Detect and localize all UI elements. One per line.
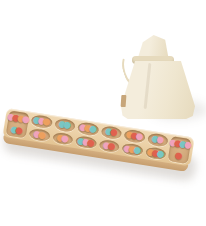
pit-top-4[interactable]: ●● <box>100 125 122 140</box>
store-left[interactable]: ●●●●●● <box>6 110 30 138</box>
bag-body <box>121 61 195 119</box>
stone-pink: ● <box>184 141 192 149</box>
bag-shadow <box>150 100 206 120</box>
stone-pink: ● <box>61 135 69 143</box>
pit-top-6[interactable]: ●● <box>147 132 169 147</box>
pit-bottom-2[interactable]: ●● <box>52 131 74 146</box>
stone-coral: ● <box>110 129 118 137</box>
pit-bottom-4[interactable]: ●● <box>98 138 120 153</box>
drawstring-cord <box>118 50 149 91</box>
stone-coral: ● <box>87 139 95 147</box>
stone-coral: ● <box>108 142 116 150</box>
bag-fold-crease <box>144 63 152 109</box>
stone-teal: ● <box>156 150 164 158</box>
stone-orange: ● <box>38 131 46 139</box>
pit-top-5[interactable]: ●●● <box>123 129 145 144</box>
bag-cinch-gather <box>132 56 174 64</box>
product-photo: ●●●●●●●●●●●●●●●●●●●●●●●●●●●●●●●●●●●●●●●●… <box>0 0 206 226</box>
pit-bottom-5[interactable]: ●●● <box>121 142 143 157</box>
pit-top-3[interactable]: ●●● <box>77 121 99 136</box>
stone-coral: ● <box>175 152 183 160</box>
store-right[interactable]: ●●●●● <box>168 136 192 164</box>
bag-tag <box>121 95 127 107</box>
stone-teal: ● <box>89 125 97 133</box>
pit-bottom-1[interactable]: ●● <box>28 127 50 142</box>
stone-teal: ● <box>133 146 141 154</box>
pit-top-2[interactable]: ●● <box>54 118 76 133</box>
stone-orange: ● <box>43 118 51 126</box>
stone-pink: ● <box>156 136 164 144</box>
pit-top-1[interactable]: ●●● <box>31 114 53 129</box>
stone-teal: ● <box>63 121 71 129</box>
pit-bottom-3[interactable]: ●●● <box>75 135 97 150</box>
stone-coral: ● <box>15 127 23 135</box>
stone-pink: ● <box>22 115 30 123</box>
pit-bottom-6[interactable]: ●●● <box>145 146 167 161</box>
bag-neck <box>137 35 169 61</box>
stone-pink: ● <box>135 133 143 141</box>
